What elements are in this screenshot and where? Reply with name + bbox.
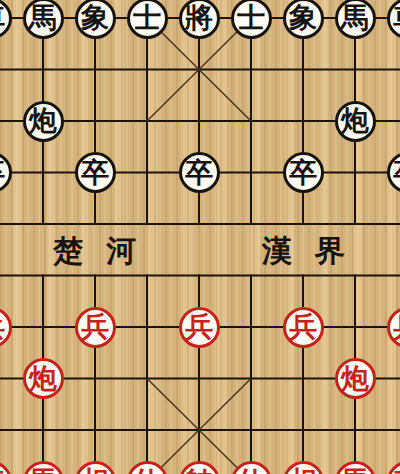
board-intersection[interactable] bbox=[0, 44, 17, 96]
board-intersection[interactable] bbox=[121, 95, 173, 147]
board-intersection[interactable] bbox=[0, 95, 17, 147]
board-intersection[interactable] bbox=[381, 198, 400, 250]
piece-black-cannon[interactable]: 炮 bbox=[335, 101, 376, 142]
piece-black-horse[interactable]: 馬 bbox=[23, 0, 64, 39]
board-intersection[interactable] bbox=[277, 404, 329, 456]
board-intersection[interactable] bbox=[225, 353, 277, 405]
board-intersection[interactable] bbox=[173, 95, 225, 147]
piece-black-advisor[interactable]: 士 bbox=[127, 0, 168, 39]
board-intersection[interactable]: 兵 bbox=[277, 301, 329, 353]
board-intersection[interactable]: 卒 bbox=[69, 147, 121, 199]
board-intersection[interactable] bbox=[173, 404, 225, 456]
piece-red-soldier[interactable]: 兵 bbox=[387, 307, 400, 348]
piece-black-elephant[interactable]: 象 bbox=[283, 0, 324, 39]
board-intersection[interactable]: 車 bbox=[0, 0, 17, 44]
board-intersection[interactable] bbox=[0, 250, 17, 302]
board-intersection[interactable]: 車 bbox=[381, 456, 400, 474]
board-intersection[interactable]: 兵 bbox=[0, 301, 17, 353]
board-intersection[interactable] bbox=[69, 44, 121, 96]
piece-red-general[interactable]: 帥 bbox=[179, 461, 220, 474]
board-intersection[interactable] bbox=[225, 301, 277, 353]
piece-red-elephant[interactable]: 相 bbox=[283, 461, 324, 474]
board-intersection[interactable] bbox=[121, 250, 173, 302]
board-intersection[interactable] bbox=[173, 250, 225, 302]
board-intersection[interactable] bbox=[381, 250, 400, 302]
board-intersection[interactable]: 炮 bbox=[329, 353, 381, 405]
piece-red-cannon[interactable]: 炮 bbox=[23, 358, 64, 399]
piece-red-horse[interactable]: 馬 bbox=[335, 461, 376, 474]
board-intersection[interactable]: 士 bbox=[225, 0, 277, 44]
board-intersection[interactable] bbox=[173, 353, 225, 405]
board-intersection[interactable]: 車 bbox=[381, 0, 400, 44]
board-intersection[interactable] bbox=[69, 404, 121, 456]
board-intersection[interactable] bbox=[121, 353, 173, 405]
piece-black-soldier[interactable]: 卒 bbox=[75, 152, 116, 193]
board-intersection[interactable] bbox=[329, 198, 381, 250]
board-intersection[interactable] bbox=[277, 250, 329, 302]
board-intersection[interactable] bbox=[121, 147, 173, 199]
board-intersection[interactable] bbox=[277, 353, 329, 405]
board-intersection[interactable] bbox=[173, 44, 225, 96]
board-intersection[interactable] bbox=[225, 44, 277, 96]
board-intersection[interactable] bbox=[0, 353, 17, 405]
board-intersection[interactable] bbox=[121, 301, 173, 353]
board-intersection[interactable] bbox=[381, 353, 400, 405]
piece-red-soldier[interactable]: 兵 bbox=[0, 307, 12, 348]
board-intersection[interactable] bbox=[121, 404, 173, 456]
board-intersection[interactable] bbox=[329, 147, 381, 199]
board-intersection[interactable]: 士 bbox=[121, 0, 173, 44]
board-intersection[interactable] bbox=[225, 250, 277, 302]
piece-black-soldier[interactable]: 卒 bbox=[0, 152, 12, 193]
board-intersection[interactable]: 仕 bbox=[225, 456, 277, 474]
board-intersection[interactable]: 相 bbox=[69, 456, 121, 474]
piece-red-advisor[interactable]: 仕 bbox=[231, 461, 272, 474]
piece-black-advisor[interactable]: 士 bbox=[231, 0, 272, 39]
board-intersection[interactable] bbox=[17, 404, 69, 456]
board-intersection[interactable]: 卒 bbox=[173, 147, 225, 199]
piece-black-soldier[interactable]: 卒 bbox=[387, 152, 400, 193]
board-intersection[interactable]: 相 bbox=[277, 456, 329, 474]
piece-black-chariot[interactable]: 車 bbox=[0, 0, 12, 39]
board-intersection[interactable]: 卒 bbox=[0, 147, 17, 199]
board-intersection[interactable] bbox=[69, 95, 121, 147]
board-intersection[interactable]: 象 bbox=[277, 0, 329, 44]
board-intersection[interactable] bbox=[17, 250, 69, 302]
board-intersection[interactable] bbox=[17, 44, 69, 96]
board-intersection[interactable]: 馬 bbox=[17, 456, 69, 474]
piece-red-horse[interactable]: 馬 bbox=[23, 461, 64, 474]
piece-red-soldier[interactable]: 兵 bbox=[75, 307, 116, 348]
board-intersection[interactable] bbox=[329, 301, 381, 353]
piece-black-horse[interactable]: 馬 bbox=[335, 0, 376, 39]
board-intersection[interactable] bbox=[69, 198, 121, 250]
piece-red-elephant[interactable]: 相 bbox=[75, 461, 116, 474]
piece-black-soldier[interactable]: 卒 bbox=[283, 152, 324, 193]
board-intersection[interactable] bbox=[381, 44, 400, 96]
board-intersection[interactable] bbox=[225, 198, 277, 250]
piece-black-elephant[interactable]: 象 bbox=[75, 0, 116, 39]
board-intersection[interactable] bbox=[17, 147, 69, 199]
board-intersection[interactable]: 兵 bbox=[381, 301, 400, 353]
board-intersection[interactable] bbox=[329, 404, 381, 456]
board-intersection[interactable] bbox=[0, 404, 17, 456]
board-intersection[interactable] bbox=[17, 301, 69, 353]
board-intersection[interactable]: 馬 bbox=[329, 0, 381, 44]
piece-red-chariot[interactable]: 車 bbox=[0, 461, 12, 474]
board-intersection[interactable]: 炮 bbox=[329, 95, 381, 147]
board-intersection[interactable]: 車 bbox=[0, 456, 17, 474]
board-intersection[interactable]: 帥 bbox=[173, 456, 225, 474]
board-intersection[interactable]: 馬 bbox=[17, 0, 69, 44]
board-intersection[interactable] bbox=[277, 44, 329, 96]
board-intersection[interactable]: 炮 bbox=[17, 353, 69, 405]
board-intersection[interactable]: 象 bbox=[69, 0, 121, 44]
board-intersection[interactable] bbox=[0, 198, 17, 250]
board-intersection[interactable] bbox=[277, 95, 329, 147]
piece-red-soldier[interactable]: 兵 bbox=[179, 307, 220, 348]
board-intersection[interactable]: 將 bbox=[173, 0, 225, 44]
piece-black-soldier[interactable]: 卒 bbox=[179, 152, 220, 193]
board-intersection[interactable]: 馬 bbox=[329, 456, 381, 474]
piece-red-chariot[interactable]: 車 bbox=[387, 461, 400, 474]
board-intersection[interactable]: 兵 bbox=[69, 301, 121, 353]
board-intersection[interactable] bbox=[173, 198, 225, 250]
xiangqi-board: 楚河 漢界 車馬象士將士象馬車炮炮卒卒卒卒卒兵兵兵兵兵炮炮車馬相仕帥仕相馬車 bbox=[0, 0, 400, 474]
board-intersection[interactable] bbox=[277, 198, 329, 250]
board-intersection[interactable] bbox=[381, 404, 400, 456]
board-intersection[interactable] bbox=[69, 250, 121, 302]
board-intersections: 車馬象士將士象馬車炮炮卒卒卒卒卒兵兵兵兵兵炮炮車馬相仕帥仕相馬車 bbox=[0, 0, 400, 474]
piece-black-cannon[interactable]: 炮 bbox=[23, 101, 64, 142]
board-intersection[interactable] bbox=[121, 44, 173, 96]
piece-black-chariot[interactable]: 車 bbox=[387, 0, 400, 39]
board-intersection[interactable] bbox=[17, 198, 69, 250]
board-intersection[interactable]: 仕 bbox=[121, 456, 173, 474]
board-intersection[interactable] bbox=[225, 147, 277, 199]
board-intersection[interactable] bbox=[69, 353, 121, 405]
board-intersection[interactable]: 炮 bbox=[17, 95, 69, 147]
board-intersection[interactable]: 卒 bbox=[381, 147, 400, 199]
board-intersection[interactable]: 兵 bbox=[173, 301, 225, 353]
piece-red-soldier[interactable]: 兵 bbox=[283, 307, 324, 348]
piece-black-general[interactable]: 將 bbox=[179, 0, 220, 39]
piece-red-advisor[interactable]: 仕 bbox=[127, 461, 168, 474]
board-intersection[interactable] bbox=[329, 44, 381, 96]
board-intersection[interactable] bbox=[381, 95, 400, 147]
board-intersection[interactable]: 卒 bbox=[277, 147, 329, 199]
board-intersection[interactable] bbox=[225, 404, 277, 456]
board-intersection[interactable] bbox=[121, 198, 173, 250]
board-intersection[interactable] bbox=[329, 250, 381, 302]
piece-red-cannon[interactable]: 炮 bbox=[335, 358, 376, 399]
board-intersection[interactable] bbox=[225, 95, 277, 147]
